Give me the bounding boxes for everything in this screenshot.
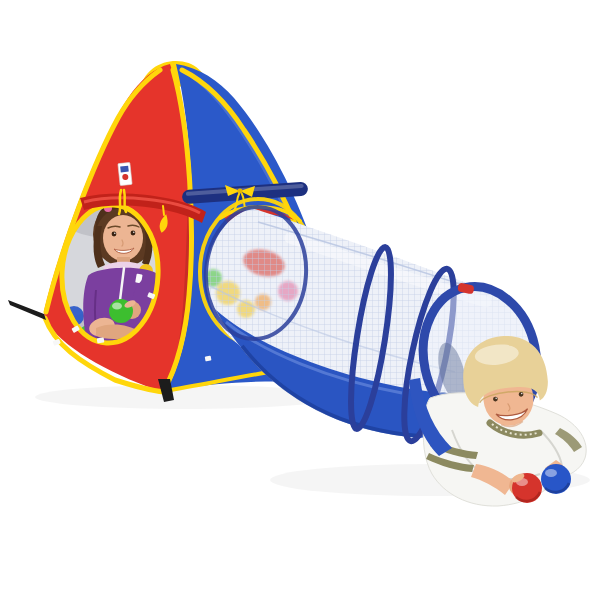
- girl-face: [103, 215, 143, 261]
- eye-glint: [114, 233, 115, 234]
- green-ball-highlight: [112, 303, 122, 310]
- play-tent-tunnel-illustration: [0, 0, 600, 600]
- eye-glint: [133, 232, 134, 233]
- girl-eye-left: [112, 232, 117, 237]
- stake-left: [8, 300, 46, 320]
- product-photo: [0, 0, 600, 600]
- girl-eye-right: [131, 231, 136, 236]
- blue-ball-highlight: [545, 469, 557, 477]
- brand-label: [118, 162, 132, 185]
